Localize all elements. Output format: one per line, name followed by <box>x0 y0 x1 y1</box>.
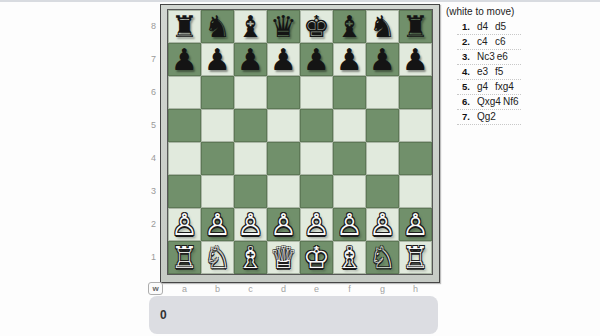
white-move[interactable]: Qxg4 <box>477 96 501 107</box>
square-f6[interactable] <box>333 76 366 109</box>
square-e3[interactable] <box>300 175 333 208</box>
move-panel: (white to move) 1.d4d52.c4c63.Nc3e64.e3f… <box>446 6 556 125</box>
move-row-5[interactable]: 5.g4fxg4 <box>457 80 521 95</box>
square-a1[interactable]: ♖ <box>168 241 201 274</box>
square-e5[interactable] <box>300 109 333 142</box>
file-label-a: a <box>168 283 201 296</box>
square-f7[interactable]: ♟︎ <box>333 43 366 76</box>
black-bishop-piece: ♝ <box>234 10 267 43</box>
square-d1[interactable]: ♕ <box>267 241 300 274</box>
white-pawn-piece: ♙ <box>300 208 333 241</box>
file-label-f: f <box>333 283 366 296</box>
file-label-e: e <box>300 283 333 296</box>
move-row-3[interactable]: 3.Nc3e6 <box>457 50 521 65</box>
square-b3[interactable] <box>201 175 234 208</box>
square-c5[interactable] <box>234 109 267 142</box>
white-pawn-piece: ♙ <box>399 208 432 241</box>
square-a6[interactable] <box>168 76 201 109</box>
black-move[interactable]: fxg4 <box>495 81 514 92</box>
square-f2[interactable]: ♙ <box>333 208 366 241</box>
square-a4[interactable] <box>168 142 201 175</box>
white-pawn-piece: ♙ <box>168 208 201 241</box>
black-pawn-piece: ♟︎ <box>201 43 234 76</box>
square-e2[interactable]: ♙ <box>300 208 333 241</box>
square-c1[interactable]: ♗ <box>234 241 267 274</box>
white-rook-piece: ♖ <box>168 241 201 274</box>
square-g5[interactable] <box>366 109 399 142</box>
square-h7[interactable]: ♟︎ <box>399 43 432 76</box>
black-pawn-piece: ♟︎ <box>168 43 201 76</box>
black-knight-piece: ♞ <box>366 10 399 43</box>
square-e7[interactable]: ♟︎ <box>300 43 333 76</box>
black-rook-piece: ♜ <box>168 10 201 43</box>
black-move[interactable]: Nf6 <box>503 96 519 107</box>
white-knight-piece: ♘ <box>366 241 399 274</box>
move-row-7[interactable]: 7.Qg2 <box>457 110 521 125</box>
square-e8[interactable]: ♚ <box>300 10 333 43</box>
square-h8[interactable]: ♜ <box>399 10 432 43</box>
move-number: 7. <box>457 111 470 122</box>
square-d7[interactable]: ♟︎ <box>267 43 300 76</box>
rank-label-8: 8 <box>132 10 156 43</box>
top-border <box>0 0 600 2</box>
black-pawn-piece: ♟︎ <box>399 43 432 76</box>
rank-label-2: 2 <box>132 208 156 241</box>
white-knight-piece: ♘ <box>201 241 234 274</box>
square-f4[interactable] <box>333 142 366 175</box>
white-move[interactable]: Qg2 <box>477 111 496 122</box>
move-number: 6. <box>457 96 470 107</box>
white-pawn-piece: ♙ <box>234 208 267 241</box>
square-d5[interactable] <box>267 109 300 142</box>
file-labels: abcdefgh <box>168 283 432 296</box>
white-pawn-piece: ♙ <box>201 208 234 241</box>
square-b7[interactable]: ♟︎ <box>201 43 234 76</box>
black-move[interactable]: e6 <box>497 51 508 62</box>
white-move[interactable]: d4 <box>477 21 493 32</box>
square-h1[interactable]: ♖ <box>399 241 432 274</box>
square-b1[interactable]: ♘ <box>201 241 234 274</box>
square-d4[interactable] <box>267 142 300 175</box>
square-f8[interactable]: ♝ <box>333 10 366 43</box>
white-pawn-piece: ♙ <box>267 208 300 241</box>
black-king-piece: ♚ <box>300 10 333 43</box>
white-pawn-piece: ♙ <box>366 208 399 241</box>
white-rook-piece: ♖ <box>399 241 432 274</box>
black-pawn-piece: ♟︎ <box>234 43 267 76</box>
black-pawn-piece: ♟︎ <box>333 43 366 76</box>
square-c8[interactable]: ♝ <box>234 10 267 43</box>
move-row-6[interactable]: 6.Qxg4Nf6 <box>457 95 521 110</box>
square-a5[interactable] <box>168 109 201 142</box>
black-knight-piece: ♞ <box>201 10 234 43</box>
counter-box[interactable]: 0 <box>149 296 438 334</box>
square-h6[interactable] <box>399 76 432 109</box>
square-a3[interactable] <box>168 175 201 208</box>
rank-label-7: 7 <box>132 43 156 76</box>
square-d2[interactable]: ♙ <box>267 208 300 241</box>
white-queen-piece: ♕ <box>267 241 300 274</box>
white-bishop-piece: ♗ <box>234 241 267 274</box>
square-a7[interactable]: ♟︎ <box>168 43 201 76</box>
move-list: 1.d4d52.c4c63.Nc3e64.e3f55.g4fxg46.Qxg4N… <box>446 20 556 125</box>
black-move[interactable]: d5 <box>495 21 506 32</box>
square-f1[interactable]: ♗ <box>333 241 366 274</box>
white-move[interactable]: g4 <box>477 81 493 92</box>
square-e6[interactable] <box>300 76 333 109</box>
counter-value: 0 <box>160 308 167 322</box>
square-h5[interactable] <box>399 109 432 142</box>
white-move[interactable]: e3 <box>477 66 493 77</box>
square-g8[interactable]: ♞ <box>366 10 399 43</box>
move-number: 3. <box>457 51 470 62</box>
square-f3[interactable] <box>333 175 366 208</box>
board-grid: ♜♞♝♛♚♝♞♜♟︎♟︎♟︎♟︎♟︎♟︎♟︎♟︎♙♙♙♙♙♙♙♙♖♘♗♕♔♗♘♖ <box>168 10 432 274</box>
square-b5[interactable] <box>201 109 234 142</box>
black-pawn-piece: ♟︎ <box>300 43 333 76</box>
square-d8[interactable]: ♛ <box>267 10 300 43</box>
black-pawn-piece: ♟︎ <box>366 43 399 76</box>
square-g3[interactable] <box>366 175 399 208</box>
square-g2[interactable]: ♙ <box>366 208 399 241</box>
black-rook-piece: ♜ <box>399 10 432 43</box>
white-king-piece: ♔ <box>300 241 333 274</box>
square-g6[interactable] <box>366 76 399 109</box>
square-c3[interactable] <box>234 175 267 208</box>
move-number: 1. <box>457 21 470 32</box>
side-to-move-badge[interactable]: w <box>148 282 163 295</box>
move-row-1[interactable]: 1.d4d5 <box>457 20 521 35</box>
square-a8[interactable]: ♜ <box>168 10 201 43</box>
square-h3[interactable] <box>399 175 432 208</box>
move-row-2[interactable]: 2.c4c6 <box>457 35 521 50</box>
chess-board-frame: ♜♞♝♛♚♝♞♜♟︎♟︎♟︎♟︎♟︎♟︎♟︎♟︎♙♙♙♙♙♙♙♙♖♘♗♕♔♗♘♖ <box>160 4 440 283</box>
square-e1[interactable]: ♔ <box>300 241 333 274</box>
square-a2[interactable]: ♙ <box>168 208 201 241</box>
black-pawn-piece: ♟︎ <box>267 43 300 76</box>
move-number: 2. <box>457 36 470 47</box>
square-g4[interactable] <box>366 142 399 175</box>
file-label-b: b <box>201 283 234 296</box>
file-label-c: c <box>234 283 267 296</box>
square-c2[interactable]: ♙ <box>234 208 267 241</box>
square-b8[interactable]: ♞ <box>201 10 234 43</box>
square-d6[interactable] <box>267 76 300 109</box>
black-bishop-piece: ♝ <box>333 10 366 43</box>
square-h4[interactable] <box>399 142 432 175</box>
move-number: 4. <box>457 66 470 77</box>
white-bishop-piece: ♗ <box>333 241 366 274</box>
square-e4[interactable] <box>300 142 333 175</box>
square-b2[interactable]: ♙ <box>201 208 234 241</box>
to-move-label: (white to move) <box>446 6 556 18</box>
chess-app: 87654321 ♜♞♝♛♚♝♞♜♟︎♟︎♟︎♟︎♟︎♟︎♟︎♟︎♙♙♙♙♙♙♙… <box>0 0 600 336</box>
square-h2[interactable]: ♙ <box>399 208 432 241</box>
square-g1[interactable]: ♘ <box>366 241 399 274</box>
file-label-d: d <box>267 283 300 296</box>
square-c6[interactable] <box>234 76 267 109</box>
rank-labels: 87654321 <box>132 10 156 274</box>
rank-label-6: 6 <box>132 76 156 109</box>
file-label-g: g <box>366 283 399 296</box>
square-f5[interactable] <box>333 109 366 142</box>
rank-label-5: 5 <box>132 109 156 142</box>
white-pawn-piece: ♙ <box>333 208 366 241</box>
square-c7[interactable]: ♟︎ <box>234 43 267 76</box>
square-g7[interactable]: ♟︎ <box>366 43 399 76</box>
square-b4[interactable] <box>201 142 234 175</box>
rank-label-1: 1 <box>132 241 156 274</box>
rank-label-4: 4 <box>132 142 156 175</box>
file-label-h: h <box>399 283 432 296</box>
rank-label-3: 3 <box>132 175 156 208</box>
square-b6[interactable] <box>201 76 234 109</box>
black-move[interactable]: c6 <box>495 36 506 47</box>
square-d3[interactable] <box>267 175 300 208</box>
white-move[interactable]: c4 <box>477 36 493 47</box>
move-number: 5. <box>457 81 470 92</box>
square-c4[interactable] <box>234 142 267 175</box>
move-row-4[interactable]: 4.e3f5 <box>457 65 521 80</box>
black-move[interactable]: f5 <box>495 66 503 77</box>
white-move[interactable]: Nc3 <box>477 51 495 62</box>
black-queen-piece: ♛ <box>267 10 300 43</box>
